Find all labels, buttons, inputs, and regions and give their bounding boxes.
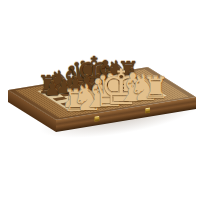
- hinge-icon: [145, 108, 150, 114]
- chess-set-photo: ♜♞♝♛♚♝♞♜♟♟♟♟♟♟♟♟♟♟♟♟♟♟♟♟♜♞♝♛♚♝♞♜: [0, 0, 200, 200]
- hinge-icon: [95, 116, 100, 122]
